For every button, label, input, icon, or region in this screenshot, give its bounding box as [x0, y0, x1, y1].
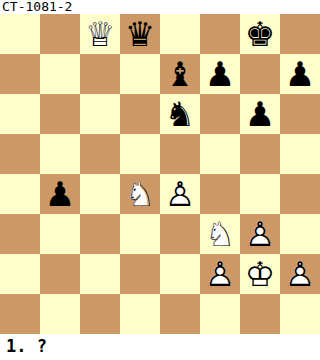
square-d5[interactable] [120, 134, 160, 174]
square-f7[interactable]: ♟ [200, 54, 240, 94]
square-c3[interactable] [80, 214, 120, 254]
square-c8[interactable]: ♛♕ [80, 14, 120, 54]
square-e6[interactable]: ♞ [160, 94, 200, 134]
square-h8[interactable] [280, 14, 320, 54]
square-a6[interactable] [0, 94, 40, 134]
piece-glyph-outline: ♘ [200, 214, 240, 254]
piece-white-king[interactable]: ♚♔ [240, 254, 280, 294]
piece-glyph-outline: ♘ [120, 174, 160, 214]
square-h7[interactable]: ♟ [280, 54, 320, 94]
square-g3[interactable]: ♟♙ [240, 214, 280, 254]
puzzle-title: CT-1081-2 [2, 0, 72, 14]
square-d2[interactable] [120, 254, 160, 294]
square-b8[interactable] [40, 14, 80, 54]
square-g4[interactable] [240, 174, 280, 214]
square-a8[interactable] [0, 14, 40, 54]
square-b3[interactable] [40, 214, 80, 254]
piece-glyph-outline: ♙ [160, 174, 200, 214]
piece-black-king[interactable]: ♚ [240, 14, 280, 54]
square-a7[interactable] [0, 54, 40, 94]
square-g1[interactable] [240, 294, 280, 334]
square-a2[interactable] [0, 254, 40, 294]
square-d3[interactable] [120, 214, 160, 254]
square-b5[interactable] [40, 134, 80, 174]
square-c6[interactable] [80, 94, 120, 134]
piece-white-queen[interactable]: ♛♕ [80, 14, 120, 54]
square-d7[interactable] [120, 54, 160, 94]
piece-black-pawn[interactable]: ♟ [40, 174, 80, 214]
piece-white-pawn[interactable]: ♟♙ [200, 254, 240, 294]
piece-black-queen[interactable]: ♛ [120, 14, 160, 54]
square-f4[interactable] [200, 174, 240, 214]
square-h2[interactable]: ♟♙ [280, 254, 320, 294]
chess-board: ♛♕♛♚♝♟♟♞♟♟♞♘♟♙♞♘♟♙♟♙♚♔♟♙ [0, 14, 320, 334]
square-b4[interactable]: ♟ [40, 174, 80, 214]
move-prompt: 1. ? [6, 336, 47, 356]
square-h6[interactable] [280, 94, 320, 134]
square-g6[interactable]: ♟ [240, 94, 280, 134]
square-c2[interactable] [80, 254, 120, 294]
square-c5[interactable] [80, 134, 120, 174]
square-c7[interactable] [80, 54, 120, 94]
square-b1[interactable] [40, 294, 80, 334]
piece-white-knight[interactable]: ♞♘ [120, 174, 160, 214]
piece-glyph-outline: ♕ [80, 14, 120, 54]
piece-white-pawn[interactable]: ♟♙ [240, 214, 280, 254]
square-a1[interactable] [0, 294, 40, 334]
square-e4[interactable]: ♟♙ [160, 174, 200, 214]
square-c1[interactable] [80, 294, 120, 334]
square-c4[interactable] [80, 174, 120, 214]
square-a5[interactable] [0, 134, 40, 174]
square-d8[interactable]: ♛ [120, 14, 160, 54]
piece-white-pawn[interactable]: ♟♙ [280, 254, 320, 294]
piece-white-knight[interactable]: ♞♘ [200, 214, 240, 254]
square-f3[interactable]: ♞♘ [200, 214, 240, 254]
square-h5[interactable] [280, 134, 320, 174]
square-e3[interactable] [160, 214, 200, 254]
square-b2[interactable] [40, 254, 80, 294]
square-g8[interactable]: ♚ [240, 14, 280, 54]
piece-black-bishop[interactable]: ♝ [160, 54, 200, 94]
square-e5[interactable] [160, 134, 200, 174]
square-b7[interactable] [40, 54, 80, 94]
square-a3[interactable] [0, 214, 40, 254]
piece-black-pawn[interactable]: ♟ [280, 54, 320, 94]
square-f6[interactable] [200, 94, 240, 134]
square-e1[interactable] [160, 294, 200, 334]
square-e2[interactable] [160, 254, 200, 294]
square-f1[interactable] [200, 294, 240, 334]
piece-black-pawn[interactable]: ♟ [200, 54, 240, 94]
square-h1[interactable] [280, 294, 320, 334]
square-e7[interactable]: ♝ [160, 54, 200, 94]
piece-black-knight[interactable]: ♞ [160, 94, 200, 134]
square-g7[interactable] [240, 54, 280, 94]
square-d6[interactable] [120, 94, 160, 134]
square-b6[interactable] [40, 94, 80, 134]
piece-black-pawn[interactable]: ♟ [240, 94, 280, 134]
square-h4[interactable] [280, 174, 320, 214]
square-f5[interactable] [200, 134, 240, 174]
square-d4[interactable]: ♞♘ [120, 174, 160, 214]
square-d1[interactable] [120, 294, 160, 334]
square-a4[interactable] [0, 174, 40, 214]
piece-glyph-outline: ♙ [280, 254, 320, 294]
square-e8[interactable] [160, 14, 200, 54]
piece-glyph-outline: ♔ [240, 254, 280, 294]
square-h3[interactable] [280, 214, 320, 254]
piece-glyph-outline: ♙ [200, 254, 240, 294]
square-f8[interactable] [200, 14, 240, 54]
piece-glyph-outline: ♙ [240, 214, 280, 254]
square-f2[interactable]: ♟♙ [200, 254, 240, 294]
square-g5[interactable] [240, 134, 280, 174]
square-g2[interactable]: ♚♔ [240, 254, 280, 294]
piece-white-pawn[interactable]: ♟♙ [160, 174, 200, 214]
